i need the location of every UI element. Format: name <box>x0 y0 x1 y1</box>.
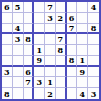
cell-r4c2: 3 <box>13 34 24 45</box>
sudoku-board: 6574326478387189813697318243 <box>0 0 101 101</box>
cell-r1c7[interactable] <box>67 2 78 13</box>
cell-r4c4[interactable] <box>34 34 45 45</box>
cell-r7c1: 3 <box>2 67 13 78</box>
cell-r4c3: 8 <box>24 34 35 45</box>
cell-r7c5[interactable] <box>45 67 56 78</box>
cell-r3c7: 7 <box>67 24 78 35</box>
cell-r4c7[interactable] <box>67 34 78 45</box>
cell-r2c1[interactable] <box>2 13 13 24</box>
cell-r2c7: 6 <box>67 13 78 24</box>
cell-r3c5[interactable] <box>45 24 56 35</box>
cell-r1c6[interactable] <box>56 2 67 13</box>
cell-r6c9[interactable] <box>88 56 99 67</box>
cell-r7c8: 9 <box>77 67 88 78</box>
cell-r4c5[interactable] <box>45 34 56 45</box>
cell-r3c9: 8 <box>88 24 99 35</box>
cell-r9c7[interactable] <box>67 88 78 99</box>
cell-r3c8[interactable] <box>77 24 88 35</box>
cell-r5c8[interactable] <box>77 45 88 56</box>
cell-r7c9[interactable] <box>88 67 99 78</box>
cell-r1c3[interactable] <box>24 2 35 13</box>
cell-r3c4[interactable] <box>34 24 45 35</box>
cell-r7c7[interactable] <box>67 67 78 78</box>
cell-r6c2[interactable] <box>13 56 24 67</box>
cell-r1c8[interactable] <box>77 2 88 13</box>
cell-r7c2[interactable] <box>13 67 24 78</box>
cell-r2c8[interactable] <box>77 13 88 24</box>
cell-r9c5: 2 <box>45 88 56 99</box>
cell-r1c1: 6 <box>2 2 13 13</box>
cell-r8c4: 3 <box>34 77 45 88</box>
cell-r4c1[interactable] <box>2 34 13 45</box>
cell-r8c3: 7 <box>24 77 35 88</box>
cell-r5c3[interactable] <box>24 45 35 56</box>
cell-r7c6[interactable] <box>56 67 67 78</box>
cell-r6c5[interactable] <box>45 56 56 67</box>
cell-r5c1[interactable] <box>2 45 13 56</box>
cell-r5c5[interactable] <box>45 45 56 56</box>
cell-r6c6[interactable] <box>56 56 67 67</box>
cell-r6c4: 9 <box>34 56 45 67</box>
cell-r2c2[interactable] <box>13 13 24 24</box>
cell-r8c5: 1 <box>45 77 56 88</box>
cell-r2c5: 3 <box>45 13 56 24</box>
cell-r9c2[interactable] <box>13 88 24 99</box>
cell-r8c6[interactable] <box>56 77 67 88</box>
cell-r7c3: 6 <box>24 67 35 78</box>
cell-r6c3[interactable] <box>24 56 35 67</box>
cell-r1c4[interactable] <box>34 2 45 13</box>
cell-r9c3[interactable] <box>24 88 35 99</box>
cell-r5c2[interactable] <box>13 45 24 56</box>
cell-r9c4[interactable] <box>34 88 45 99</box>
cell-r9c1: 8 <box>2 88 13 99</box>
cell-r3c6[interactable] <box>56 24 67 35</box>
cell-r6c1[interactable] <box>2 56 13 67</box>
cell-r8c8[interactable] <box>77 77 88 88</box>
cell-r5c4: 1 <box>34 45 45 56</box>
cell-r1c5: 7 <box>45 2 56 13</box>
cell-r4c8[interactable] <box>77 34 88 45</box>
cell-r5c7[interactable] <box>67 45 78 56</box>
cell-r1c9: 4 <box>88 2 99 13</box>
cell-r4c9[interactable] <box>88 34 99 45</box>
cell-r9c6[interactable] <box>56 88 67 99</box>
cell-r2c4[interactable] <box>34 13 45 24</box>
cell-r2c3[interactable] <box>24 13 35 24</box>
cell-r8c1[interactable] <box>2 77 13 88</box>
cell-r3c3[interactable] <box>24 24 35 35</box>
cell-r1c2: 5 <box>13 2 24 13</box>
cell-r8c7[interactable] <box>67 77 78 88</box>
cell-r2c6: 2 <box>56 13 67 24</box>
cell-r6c7: 8 <box>67 56 78 67</box>
cell-r9c8: 4 <box>77 88 88 99</box>
cell-r8c9[interactable] <box>88 77 99 88</box>
cell-r5c6: 8 <box>56 45 67 56</box>
cell-r2c9[interactable] <box>88 13 99 24</box>
cell-r7c4[interactable] <box>34 67 45 78</box>
cell-r3c2: 4 <box>13 24 24 35</box>
cell-r8c2[interactable] <box>13 77 24 88</box>
cell-r3c1[interactable] <box>2 24 13 35</box>
cell-r4c6: 7 <box>56 34 67 45</box>
cell-r6c8: 1 <box>77 56 88 67</box>
cell-r5c9[interactable] <box>88 45 99 56</box>
cell-r9c9: 3 <box>88 88 99 99</box>
